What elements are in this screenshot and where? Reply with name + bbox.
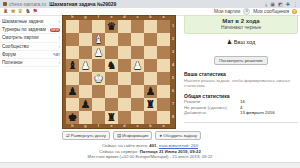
board-grid: ♛♝♟♝♟♞♟♚♟♟♟♜♚♜ [66, 20, 170, 124]
square-b8[interactable] [144, 111, 157, 124]
new-badge: NEW [50, 28, 60, 32]
square-e2[interactable] [105, 33, 118, 46]
users-online-link[interactable]: пользователей: 260 [159, 143, 198, 148]
rank-labels: 12345678 [170, 20, 176, 124]
sidebar-item-label: Шахматные задачи [2, 19, 59, 24]
black-queen: ♛ [105, 20, 118, 33]
black-bishop: ♝ [66, 59, 79, 72]
button-icon: ⇄ [66, 133, 70, 138]
site-url: chess-samara.ru [9, 1, 46, 7]
square-g8[interactable] [79, 111, 92, 124]
chess-board: hgfedcba ♛♝♟♝♟♞♟♚♟♟♟♜♚♜ 12345678 hgfedcb… [62, 15, 176, 129]
square-g7[interactable]: ♟ [79, 98, 92, 111]
sidebar-item-label: Турниры по задачам [2, 27, 49, 32]
square-a6[interactable] [157, 85, 170, 98]
square-h6[interactable]: ♟ [66, 85, 79, 98]
square-c6[interactable] [131, 85, 144, 98]
black-king: ♚ [66, 111, 79, 124]
white-pawn: ♟ [79, 59, 92, 72]
rank-label-6: 6 [170, 85, 176, 98]
your-move-line: ♟ Ваш ход [184, 38, 298, 45]
square-d6[interactable] [118, 85, 131, 98]
button-label: Развернуть доску [71, 133, 106, 138]
browser-icon[interactable]: ✚ [286, 1, 290, 7]
black-rook: ♜ [105, 111, 118, 124]
rank-label-5: 5 [170, 72, 176, 85]
square-e8[interactable]: ♜ [105, 111, 118, 124]
square-d1[interactable] [118, 20, 131, 33]
square-e7[interactable] [105, 98, 118, 111]
sidebar-item-label: Сообщество [2, 44, 59, 49]
square-h8[interactable]: ♚ [66, 111, 79, 124]
page-title: Шахматная задача №29029 [49, 1, 116, 7]
board-buttons: ⇄Развернуть доску▤Информация●Обсудить за… [62, 131, 201, 140]
square-e3[interactable] [105, 46, 118, 59]
square-b2[interactable] [144, 33, 157, 46]
square-e5[interactable] [105, 72, 118, 85]
puzzle-side-to-move: Начинают черные [185, 25, 297, 30]
board-button-3[interactable]: ●Обсудить задачу [155, 131, 201, 140]
square-c4[interactable]: ♟ [131, 59, 144, 72]
rook-icon[interactable]: ♜ [3, 8, 8, 15]
square-c3[interactable] [131, 46, 144, 59]
stat-row: Добавлена13 февраля 2016 [184, 110, 298, 116]
sidebar-item-2[interactable]: Турниры по задачамNEW [2, 26, 60, 34]
sidebar-item-4[interactable]: Сообщество› [2, 43, 60, 51]
square-a8[interactable] [157, 111, 170, 124]
file-label-d: d [118, 124, 131, 129]
page-footer [0, 162, 300, 168]
square-f4[interactable] [92, 59, 105, 72]
site-favicon [3, 2, 7, 6]
toolbar-icons: ♜♚♛♞⚑ [3, 8, 38, 15]
square-g6[interactable] [79, 85, 92, 98]
square-h4[interactable]: ♝ [66, 59, 79, 72]
flag-icon[interactable]: ⚑ [33, 8, 38, 15]
square-f7[interactable] [92, 98, 105, 111]
square-c7[interactable] [131, 98, 144, 111]
chevron-right-icon: › [59, 44, 61, 49]
games-count-badge[interactable]: 0 [243, 8, 250, 15]
square-a7[interactable] [157, 98, 170, 111]
square-b5[interactable] [144, 72, 157, 85]
square-b6[interactable]: ♟ [144, 85, 157, 98]
square-b7[interactable]: ♜ [144, 98, 157, 111]
rank-label-3: 3 [170, 46, 176, 59]
sidebar-item-6[interactable]: Полезное› [2, 59, 60, 67]
square-e4[interactable]: ♞ [105, 59, 118, 72]
sidebar-item-5[interactable]: Форумчат [2, 51, 60, 59]
black-pawn: ♟ [79, 98, 92, 111]
white-king: ♚ [92, 72, 105, 85]
square-g2[interactable] [79, 33, 92, 46]
board-button-1[interactable]: ⇄Развернуть доску [62, 131, 110, 140]
file-label-f: f [92, 124, 105, 129]
square-g3[interactable] [79, 46, 92, 59]
server-time: Пятница 21 Июня 2019, 09:22 [140, 149, 201, 154]
help-icon[interactable]: ? [292, 9, 297, 14]
my-messages-link[interactable]: Мои сообщения [253, 9, 289, 14]
chevron-right-icon: › [59, 19, 61, 24]
square-h5[interactable] [66, 72, 79, 85]
file-label-a: a [157, 124, 170, 129]
square-f1[interactable] [92, 20, 105, 33]
browser-icons: ⤓▣◩✚⋮ [265, 0, 298, 8]
square-f3[interactable]: ♟ [92, 46, 105, 59]
browser-icon[interactable]: ⋮ [293, 1, 298, 7]
puzzle-goal-box: Мат в 2 хода Начинают черные [184, 15, 298, 34]
square-e6[interactable] [105, 85, 118, 98]
button-icon: ● [159, 133, 162, 138]
black-pawn-icon: ♟ [227, 39, 232, 45]
sidebar-item-3[interactable]: Смотреть партии› [2, 34, 60, 42]
your-stats-hint: Начните решать задачи, чтобы формировала… [184, 78, 298, 88]
square-d3[interactable] [118, 46, 131, 59]
square-a2[interactable] [157, 33, 170, 46]
king-icon[interactable]: ♚ [10, 8, 15, 15]
file-labels-bottom: hgfedcba [66, 124, 170, 129]
file-label-g: g [79, 124, 92, 129]
square-e1[interactable]: ♛ [105, 20, 118, 33]
file-label-b: b [144, 124, 157, 129]
sidebar-item-label: Смотреть партии [2, 35, 59, 40]
square-d4[interactable] [118, 59, 131, 72]
square-a5[interactable] [157, 72, 170, 85]
square-a4[interactable] [157, 59, 170, 72]
square-h3[interactable] [66, 46, 79, 59]
my-games-link[interactable]: Мои партии [214, 9, 240, 14]
square-c5[interactable] [131, 72, 144, 85]
board-button-2[interactable]: ▤Информация [113, 131, 153, 140]
square-b1[interactable] [144, 20, 157, 33]
square-d5[interactable] [118, 72, 131, 85]
white-pawn: ♟ [131, 59, 144, 72]
button-icon: ▤ [117, 133, 121, 138]
local-time-line: Местное время (+02:00 Europe/Mariupol) -… [40, 154, 260, 160]
stat-label: Добавлена [184, 110, 240, 116]
page: chess-samara.ru Шахматная задача №29029 … [0, 0, 300, 168]
browser-icon[interactable]: ◩ [278, 1, 283, 7]
square-d2[interactable] [118, 33, 131, 46]
button-label: Обсудить задачу [163, 133, 197, 138]
your-stats-title: Ваша статистика [184, 71, 298, 77]
square-h2[interactable] [66, 33, 79, 46]
queen-icon[interactable]: ♛ [18, 8, 23, 15]
square-f2[interactable]: ♝ [92, 33, 105, 46]
square-g4[interactable]: ♟ [79, 59, 92, 72]
sidebar-item-label: Форум [2, 52, 51, 57]
square-h1[interactable] [66, 20, 79, 33]
stat-value: 13 февраля 2016 [240, 110, 275, 116]
rank-label-2: 2 [170, 33, 176, 46]
status-block: Сейчас на сайте всего: 401, пользователе… [40, 143, 260, 160]
puzzle-panel: Мат в 2 хода Начинают черные ♟ Ваш ход П… [184, 15, 298, 123]
sidebar-item-1[interactable]: Шахматные задачи› [2, 18, 60, 26]
rank-label-4: 4 [170, 59, 176, 72]
square-c8[interactable] [131, 111, 144, 124]
square-h7[interactable] [66, 98, 79, 111]
square-f8[interactable] [92, 111, 105, 124]
square-c1[interactable] [131, 20, 144, 33]
panel-divider [184, 122, 298, 123]
file-label-h: h [66, 124, 79, 129]
square-g5[interactable] [79, 72, 92, 85]
button-label: Информация [122, 133, 148, 138]
rank-label-7: 7 [170, 98, 176, 111]
black-pawn: ♟ [66, 85, 79, 98]
square-b3[interactable] [144, 46, 157, 59]
sidebar: Шахматные задачи›Турниры по задачамNEWСм… [2, 18, 60, 67]
rank-label-1: 1 [170, 20, 176, 33]
overall-stats-rows: Решили16Не решили (сдались)4Добавлена13 … [184, 99, 298, 116]
file-label-e: e [105, 124, 118, 129]
chat-link[interactable]: чат [53, 52, 60, 57]
white-bishop: ♝ [92, 33, 105, 46]
file-label-c: c [131, 124, 144, 129]
sidebar-item-label: Полезное [2, 60, 59, 65]
chevron-right-icon: › [59, 60, 61, 65]
black-rook: ♜ [144, 98, 157, 111]
square-c2[interactable] [131, 33, 144, 46]
browser-icon[interactable]: ⤓ [265, 1, 267, 8]
chevron-right-icon: › [59, 35, 61, 40]
view-solution-button[interactable]: Посмотреть решение [214, 56, 268, 65]
rank-label-8: 8 [170, 111, 176, 124]
black-pawn: ♟ [144, 85, 157, 98]
browser-icon[interactable]: ▣ [270, 1, 275, 7]
white-pawn: ♟ [92, 46, 105, 59]
black-knight: ♞ [105, 59, 118, 72]
knight-icon[interactable]: ♞ [25, 8, 30, 15]
square-b4[interactable] [144, 59, 157, 72]
square-g1[interactable] [79, 20, 92, 33]
square-f5[interactable]: ♚ [92, 72, 105, 85]
square-f6[interactable] [92, 85, 105, 98]
puzzle-goal: Мат в 2 хода [185, 18, 297, 24]
square-a1[interactable] [157, 20, 170, 33]
square-a3[interactable] [157, 46, 170, 59]
square-d8[interactable] [118, 111, 131, 124]
square-d7[interactable] [118, 98, 131, 111]
